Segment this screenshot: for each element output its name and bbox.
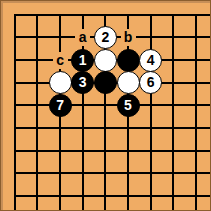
vertical-grid-line bbox=[172, 14, 174, 210]
vertical-grid-line bbox=[150, 14, 152, 210]
empty-point-label-b: b bbox=[121, 29, 136, 46]
horizontal-grid-line bbox=[14, 127, 210, 129]
black-stone-5: 5 bbox=[117, 94, 140, 117]
horizontal-grid-line bbox=[14, 14, 210, 16]
black-stone-3: 3 bbox=[71, 71, 94, 94]
white-stone-2: 2 bbox=[94, 26, 117, 49]
stone-move-number: 7 bbox=[56, 98, 64, 113]
white-stone-4: 4 bbox=[139, 49, 162, 72]
empty-point-label-a: a bbox=[75, 29, 90, 46]
go-board-grid: abc2143675 bbox=[1, 1, 210, 210]
horizontal-grid-line bbox=[14, 195, 210, 197]
black-stone-7: 7 bbox=[49, 94, 72, 117]
empty-point-label-c: c bbox=[53, 52, 68, 69]
horizontal-grid-line bbox=[14, 104, 210, 106]
go-board-diagram: abc2143675 bbox=[0, 0, 211, 211]
vertical-grid-line bbox=[195, 14, 197, 210]
stone-move-number: 6 bbox=[147, 75, 155, 90]
vertical-grid-line bbox=[36, 14, 38, 210]
horizontal-grid-line bbox=[14, 172, 210, 174]
stone-move-number: 3 bbox=[79, 75, 87, 90]
white-stone bbox=[94, 49, 117, 72]
stone-move-number: 1 bbox=[79, 53, 87, 68]
stone-move-number: 4 bbox=[147, 53, 155, 68]
white-stone bbox=[49, 71, 72, 94]
stone-move-number: 5 bbox=[124, 98, 132, 113]
black-stone-1: 1 bbox=[71, 49, 94, 72]
white-stone-6: 6 bbox=[139, 71, 162, 94]
black-stone bbox=[94, 71, 117, 94]
vertical-grid-line bbox=[14, 14, 16, 210]
horizontal-grid-line bbox=[14, 150, 210, 152]
stone-move-number: 2 bbox=[101, 30, 109, 45]
black-stone bbox=[117, 49, 140, 72]
white-stone bbox=[117, 71, 140, 94]
